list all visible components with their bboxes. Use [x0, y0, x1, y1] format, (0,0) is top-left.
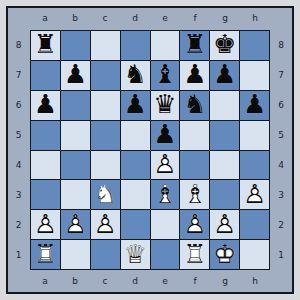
black-piece-glyph: ♟ — [180, 60, 209, 89]
square-g8[interactable]: ♚ — [210, 31, 239, 60]
white-piece-outline: ♙ — [240, 179, 269, 208]
square-e2[interactable] — [151, 210, 180, 239]
file-label-g: g — [210, 271, 240, 291]
file-label-c: c — [90, 8, 120, 29]
rank-label-1: 1 — [8, 240, 29, 270]
square-d6[interactable]: ♟ — [121, 91, 150, 120]
square-a7[interactable] — [31, 61, 60, 90]
square-e3[interactable]: ♝♗ — [151, 180, 180, 209]
rank-label-7: 7 — [271, 60, 291, 90]
square-e6[interactable]: ♛ — [151, 91, 180, 120]
black-bishop[interactable]: ♝ — [151, 61, 180, 90]
rank-labels-right: 87654321 — [271, 30, 291, 270]
square-f1[interactable]: ♜♖ — [180, 240, 209, 269]
white-pawn[interactable]: ♟♙ — [61, 210, 90, 239]
square-b8[interactable] — [61, 31, 90, 60]
square-d7[interactable]: ♞ — [121, 61, 150, 90]
black-rook[interactable]: ♜ — [31, 31, 60, 60]
square-a1[interactable]: ♜♖ — [31, 240, 60, 269]
black-piece-glyph: ♜ — [31, 30, 60, 59]
square-h1[interactable] — [240, 240, 269, 269]
square-c6[interactable] — [91, 91, 120, 120]
white-rook[interactable]: ♜♖ — [180, 240, 209, 269]
square-b6[interactable] — [61, 91, 90, 120]
square-h5[interactable] — [240, 121, 269, 150]
black-piece-glyph: ♟ — [240, 90, 269, 119]
file-label-h: h — [240, 271, 270, 291]
black-pawn[interactable]: ♟ — [151, 121, 180, 150]
rank-label-2: 2 — [271, 210, 291, 240]
white-piece-outline: ♙ — [91, 209, 120, 238]
file-label-h: h — [240, 8, 270, 29]
square-d3[interactable] — [121, 180, 150, 209]
square-f4[interactable] — [180, 151, 209, 180]
white-queen[interactable]: ♛♕ — [121, 240, 150, 269]
white-piece-outline: ♔ — [210, 239, 239, 268]
white-piece-outline: ♙ — [61, 209, 90, 238]
white-pawn[interactable]: ♟♙ — [210, 210, 239, 239]
rank-label-3: 3 — [8, 180, 29, 210]
square-e1[interactable] — [151, 240, 180, 269]
square-g3[interactable] — [210, 180, 239, 209]
square-h2[interactable] — [240, 210, 269, 239]
square-g6[interactable] — [210, 91, 239, 120]
file-label-a: a — [30, 8, 60, 29]
square-d5[interactable] — [121, 121, 150, 150]
black-king[interactable]: ♚ — [210, 31, 239, 60]
file-label-b: b — [60, 271, 90, 291]
square-h7[interactable] — [240, 61, 269, 90]
square-d8[interactable] — [121, 31, 150, 60]
square-c4[interactable] — [91, 151, 120, 180]
black-piece-glyph: ♜ — [180, 30, 209, 59]
black-piece-glyph: ♟ — [151, 120, 180, 149]
rank-labels-left: 87654321 — [8, 30, 29, 270]
white-bishop[interactable]: ♝♗ — [151, 180, 180, 209]
white-knight[interactable]: ♞♘ — [91, 180, 120, 209]
square-e8[interactable] — [151, 31, 180, 60]
black-piece-glyph: ♞ — [121, 60, 150, 89]
rank-label-8: 8 — [271, 30, 291, 60]
square-g1[interactable]: ♚♔ — [210, 240, 239, 269]
rank-label-6: 6 — [271, 90, 291, 120]
rank-label-3: 3 — [271, 180, 291, 210]
square-c3[interactable]: ♞♘ — [91, 180, 120, 209]
white-piece-outline: ♙ — [151, 150, 180, 179]
file-label-d: d — [120, 271, 150, 291]
square-a2[interactable]: ♟♙ — [31, 210, 60, 239]
square-a5[interactable] — [31, 121, 60, 150]
black-piece-glyph: ♝ — [151, 60, 180, 89]
black-queen[interactable]: ♛ — [151, 91, 180, 120]
rank-label-1: 1 — [271, 240, 291, 270]
square-h6[interactable]: ♟ — [240, 91, 269, 120]
white-pawn[interactable]: ♟♙ — [151, 151, 180, 180]
file-label-e: e — [150, 271, 180, 291]
white-king[interactable]: ♚♔ — [210, 240, 239, 269]
square-c2[interactable]: ♟♙ — [91, 210, 120, 239]
black-knight[interactable]: ♞ — [121, 61, 150, 90]
white-piece-outline: ♘ — [91, 179, 120, 208]
black-piece-glyph: ♟ — [121, 90, 150, 119]
white-piece-outline: ♙ — [210, 209, 239, 238]
square-e7[interactable]: ♝ — [151, 61, 180, 90]
square-c1[interactable] — [91, 240, 120, 269]
square-a4[interactable] — [31, 151, 60, 180]
square-b4[interactable] — [61, 151, 90, 180]
black-pawn[interactable]: ♟ — [31, 91, 60, 120]
square-b2[interactable]: ♟♙ — [61, 210, 90, 239]
square-e5[interactable]: ♟ — [151, 121, 180, 150]
square-c8[interactable] — [91, 31, 120, 60]
white-pawn[interactable]: ♟♙ — [240, 180, 269, 209]
white-piece-outline: ♕ — [121, 239, 150, 268]
square-b1[interactable] — [61, 240, 90, 269]
black-piece-glyph: ♟ — [61, 60, 90, 89]
square-c5[interactable] — [91, 121, 120, 150]
rank-label-6: 6 — [8, 90, 29, 120]
black-piece-glyph: ♛ — [151, 90, 180, 119]
square-b3[interactable] — [61, 180, 90, 209]
square-g4[interactable] — [210, 151, 239, 180]
file-label-a: a — [30, 271, 60, 291]
square-f7[interactable]: ♟ — [180, 61, 209, 90]
square-e4[interactable]: ♟♙ — [151, 151, 180, 180]
square-f5[interactable] — [180, 121, 209, 150]
black-piece-glyph: ♟ — [31, 90, 60, 119]
black-pawn[interactable]: ♟ — [210, 61, 239, 90]
square-h3[interactable]: ♟♙ — [240, 180, 269, 209]
white-piece-outline: ♖ — [180, 239, 209, 268]
file-label-f: f — [180, 271, 210, 291]
square-g5[interactable] — [210, 121, 239, 150]
black-pawn[interactable]: ♟ — [180, 61, 209, 90]
black-piece-glyph: ♚ — [210, 30, 239, 59]
white-pawn[interactable]: ♟♙ — [180, 210, 209, 239]
square-b5[interactable] — [61, 121, 90, 150]
square-b7[interactable]: ♟ — [61, 61, 90, 90]
square-a8[interactable]: ♜ — [31, 31, 60, 60]
white-piece-outline: ♙ — [31, 209, 60, 238]
black-pawn[interactable]: ♟ — [121, 91, 150, 120]
rank-label-4: 4 — [8, 150, 29, 180]
file-labels-bottom: abcdefgh — [30, 271, 270, 291]
square-c7[interactable] — [91, 61, 120, 90]
file-label-c: c — [90, 271, 120, 291]
black-knight[interactable]: ♞ — [180, 91, 209, 120]
black-piece-glyph: ♟ — [210, 60, 239, 89]
square-a3[interactable] — [31, 180, 60, 209]
rank-label-5: 5 — [271, 120, 291, 150]
square-g2[interactable]: ♟♙ — [210, 210, 239, 239]
square-f6[interactable]: ♞ — [180, 91, 209, 120]
square-h4[interactable] — [240, 151, 269, 180]
white-piece-outline: ♖ — [31, 239, 60, 268]
square-f2[interactable]: ♟♙ — [180, 210, 209, 239]
white-piece-outline: ♙ — [180, 209, 209, 238]
white-rook[interactable]: ♜♖ — [31, 240, 60, 269]
square-a6[interactable]: ♟ — [31, 91, 60, 120]
white-piece-outline: ♗ — [151, 179, 180, 208]
file-labels-top: abcdefgh — [30, 8, 270, 29]
file-label-d: d — [120, 8, 150, 29]
square-d1[interactable]: ♛♕ — [121, 240, 150, 269]
black-pawn[interactable]: ♟ — [240, 91, 269, 120]
square-g7[interactable]: ♟ — [210, 61, 239, 90]
rank-label-7: 7 — [8, 60, 29, 90]
white-piece-outline: ♗ — [180, 179, 209, 208]
rank-label-2: 2 — [8, 210, 29, 240]
rank-label-8: 8 — [8, 30, 29, 60]
square-h8[interactable] — [240, 31, 269, 60]
file-label-e: e — [150, 8, 180, 29]
file-label-g: g — [210, 8, 240, 29]
square-f8[interactable]: ♜ — [180, 31, 209, 60]
square-f3[interactable]: ♝♗ — [180, 180, 209, 209]
file-label-b: b — [60, 8, 90, 29]
rank-label-5: 5 — [8, 120, 29, 150]
black-piece-glyph: ♞ — [180, 90, 209, 119]
white-bishop[interactable]: ♝♗ — [180, 180, 209, 209]
file-label-f: f — [180, 8, 210, 29]
square-d2[interactable] — [121, 210, 150, 239]
chess-board[interactable]: ♜♜♚♟♞♝♟♟♟♟♛♞♟♟♟♙♞♘♝♗♝♗♟♙♟♙♟♙♟♙♟♙♟♙♜♖♛♕♜♖… — [30, 30, 270, 270]
chess-diagram: abcdefgh abcdefgh 87654321 87654321 ♜♜♚♟… — [0, 0, 300, 300]
black-rook[interactable]: ♜ — [180, 31, 209, 60]
black-pawn[interactable]: ♟ — [61, 61, 90, 90]
square-d4[interactable] — [121, 151, 150, 180]
white-pawn[interactable]: ♟♙ — [91, 210, 120, 239]
white-pawn[interactable]: ♟♙ — [31, 210, 60, 239]
rank-label-4: 4 — [271, 150, 291, 180]
